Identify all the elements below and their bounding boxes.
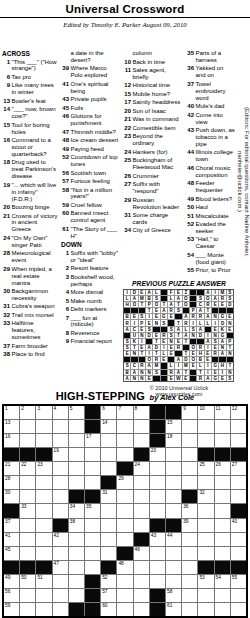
answer-cell-black	[212, 357, 218, 362]
grid-cell[interactable]	[231, 547, 246, 560]
grid-cell[interactable]: 57	[101, 589, 116, 602]
answer-cell: E	[139, 327, 145, 332]
grid-cell[interactable]	[198, 589, 213, 602]
grid-cell[interactable]	[150, 490, 165, 503]
grid-cell[interactable]	[20, 589, 35, 602]
grid-cell[interactable]: 4	[53, 406, 68, 419]
grid-cell[interactable]: 40	[231, 519, 246, 532]
grid-cell[interactable]	[53, 476, 68, 489]
grid-cell[interactable]: 52	[101, 575, 116, 588]
grid-cell[interactable]	[198, 547, 213, 560]
clue-text: Cruel fellow	[71, 202, 121, 209]
clue-number: 27	[123, 181, 131, 195]
grid-cell[interactable]: 22	[20, 462, 35, 475]
grid-cell[interactable]	[117, 434, 132, 447]
grid-cell[interactable]: 24	[134, 462, 149, 475]
grid-cell[interactable]	[85, 561, 100, 574]
clue-text: Parts of a harness	[196, 50, 236, 64]
answer-cell-black	[161, 376, 167, 381]
grid-cell[interactable]	[101, 448, 116, 461]
grid-cell[interactable]	[117, 533, 132, 546]
answer-cell: N	[212, 333, 218, 338]
grid-cell[interactable]	[117, 420, 132, 433]
answer-cell: G	[212, 376, 218, 381]
answer-cell: T	[146, 308, 152, 313]
grid-cell[interactable]: 29	[117, 476, 132, 489]
grid-cell[interactable]	[134, 504, 149, 517]
answer-cell: N	[153, 320, 159, 325]
grid-cell[interactable]: 26	[215, 462, 230, 475]
grid-cell[interactable]	[166, 490, 181, 503]
cell-number: 48	[118, 561, 123, 566]
answer-cell: O	[146, 357, 152, 362]
grid-cell[interactable]: 33	[20, 504, 35, 517]
answer-cell-black	[190, 376, 196, 381]
clue-text: Command to a scout or quarterback?	[12, 137, 59, 158]
grid-cell[interactable]: 34	[69, 504, 84, 517]
clue: a date in the desert?	[61, 50, 120, 64]
answer-cell: E	[190, 351, 196, 356]
grid-cell[interactable]	[69, 589, 84, 602]
answer-cell: M	[139, 296, 145, 301]
cell-number: 25	[199, 462, 204, 467]
grid-cell[interactable]	[150, 504, 165, 517]
answer-cell: I	[205, 333, 211, 338]
grid-cell[interactable]: 23	[36, 462, 51, 475]
clue-text: "Hail," to Caesar	[196, 236, 236, 250]
answer-cell: T	[139, 351, 145, 356]
clue-number: 35	[186, 50, 194, 64]
grid-cell[interactable]	[69, 420, 84, 433]
grid-cell[interactable]	[150, 575, 165, 588]
clue-number: 34	[123, 227, 131, 234]
cell-number: 58	[167, 589, 172, 594]
grid-cell[interactable]	[182, 434, 197, 447]
clue-text: Suffix with "respond"	[133, 181, 184, 195]
grid-cell[interactable]: 41	[4, 533, 19, 546]
grid-cell[interactable]	[36, 420, 51, 433]
grid-cell[interactable]: 17	[85, 434, 100, 447]
cell-number: 44	[167, 533, 172, 538]
answer-cell: D	[131, 290, 137, 295]
grid-cell[interactable]	[166, 504, 181, 517]
grid-cell[interactable]	[101, 547, 116, 560]
answer-cell: E	[190, 363, 196, 368]
grid-cell[interactable]: 35	[85, 504, 100, 517]
grid-cell[interactable]	[69, 575, 84, 588]
grid-cell[interactable]	[134, 434, 149, 447]
clue-number: 43	[61, 96, 69, 103]
clue-text: City of Greece	[133, 227, 184, 234]
answer-cell: I	[205, 370, 211, 375]
answer-cell: E	[124, 351, 130, 356]
grid-cell[interactable]	[69, 533, 84, 546]
clue-text: Drug used to treat Parkinson's disease	[12, 159, 59, 180]
grid-cell[interactable]	[182, 462, 197, 475]
clue-text: Feeder frequenter	[196, 180, 236, 194]
grid-cell[interactable]: 7	[117, 406, 132, 419]
clue-number: 49	[61, 146, 69, 153]
grid-cell[interactable]	[215, 533, 230, 546]
clue-text: Mobile home?	[133, 91, 184, 98]
grid-cell[interactable]	[198, 519, 213, 532]
clue: 29When tripled, a real estate mantra	[2, 266, 58, 287]
cell-number: 18	[167, 434, 172, 439]
grid-cell[interactable]	[69, 561, 84, 574]
grid-cell[interactable]	[166, 561, 181, 574]
answer-cell: O	[153, 302, 159, 307]
cell-number: 24	[135, 462, 140, 467]
grid-cell[interactable]: 32	[198, 490, 213, 503]
grid-cell[interactable]: 58	[166, 589, 181, 602]
clue-number: 56	[61, 170, 69, 177]
grid-cell[interactable]	[53, 490, 68, 503]
grid-cell[interactable]: 20	[150, 448, 165, 461]
answer-cell: N	[139, 370, 145, 375]
clue: 35Parts of a harness	[186, 50, 235, 64]
clue-number: 61	[61, 226, 69, 240]
grid-cell[interactable]	[85, 462, 100, 475]
grid-cell[interactable]	[231, 490, 246, 503]
grid-cell[interactable]: 55	[231, 575, 246, 588]
grid-cell[interactable]: 38	[69, 519, 84, 532]
grid-cell[interactable]	[231, 420, 246, 433]
grid-cell[interactable]	[101, 533, 116, 546]
clue: 10Back in time	[123, 59, 183, 66]
grid-cell[interactable]	[198, 420, 213, 433]
grid-cell[interactable]	[166, 448, 181, 461]
answer-cell: E	[212, 370, 218, 375]
grid-cell[interactable]	[20, 476, 35, 489]
grid-cell[interactable]	[36, 434, 51, 447]
grid-cell[interactable]: 31	[101, 490, 116, 503]
grid-cell[interactable]	[36, 533, 51, 546]
grid-cell[interactable]	[36, 589, 51, 602]
grid-cell[interactable]	[20, 420, 35, 433]
answer-cell: E	[205, 357, 211, 362]
grid-cell[interactable]: 21	[4, 462, 19, 475]
grid-cell[interactable]	[134, 490, 149, 503]
grid-cell[interactable]	[117, 589, 132, 602]
grid-cell[interactable]	[117, 575, 132, 588]
grid-cell[interactable]	[231, 533, 246, 546]
grid-cell[interactable]: 16	[4, 434, 19, 447]
grid-cell[interactable]	[215, 420, 230, 433]
grid-cell[interactable]: 44	[166, 533, 181, 546]
grid-cell[interactable]	[231, 603, 246, 616]
clue-number: 6	[2, 74, 10, 81]
grid-cell[interactable]	[36, 504, 51, 517]
grid-cell[interactable]: 42	[53, 533, 68, 546]
grid-cell[interactable]	[198, 434, 213, 447]
answer-cell-black	[139, 357, 145, 362]
grid-cell[interactable]	[198, 504, 213, 517]
clue-text: Boozing binge	[12, 204, 59, 211]
grid-cell[interactable]	[150, 547, 165, 560]
grid-cell[interactable]	[231, 476, 246, 489]
grid-cell-black	[101, 561, 116, 574]
grid-cell[interactable]	[150, 561, 165, 574]
grid-cell[interactable]	[166, 547, 181, 560]
grid-cell[interactable]: 13	[4, 420, 19, 433]
grid-cell[interactable]: 14	[101, 420, 116, 433]
grid-cell[interactable]	[166, 476, 181, 489]
grid-cell[interactable]	[53, 547, 68, 560]
grid-cell[interactable]: 18	[166, 434, 181, 447]
grid-cell[interactable]	[101, 462, 116, 475]
answer-cell: L	[161, 351, 167, 356]
answer-cell: L	[183, 327, 189, 332]
grid-cell[interactable]: 2	[20, 406, 35, 419]
clue: 57Furious feeling	[61, 178, 120, 185]
grid-cell[interactable]: 54	[215, 575, 230, 588]
grid-cell[interactable]: 1	[4, 406, 19, 419]
answer-cell: O	[183, 302, 189, 307]
grid-cell[interactable]	[85, 476, 100, 489]
grid-cell[interactable]	[215, 589, 230, 602]
answer-cell: O	[190, 357, 196, 362]
grid-cell[interactable]	[117, 519, 132, 532]
grid-cell[interactable]: 39	[182, 519, 197, 532]
clue: 54___ Monte (food giant)	[186, 252, 235, 266]
grid-cell[interactable]: 6	[101, 406, 116, 419]
answer-cell: T	[161, 302, 167, 307]
grid-cell[interactable]: 45	[4, 547, 19, 560]
clue-number: 55	[186, 267, 194, 274]
grid-cell[interactable]	[150, 476, 165, 489]
clue-number: 8	[61, 330, 69, 337]
grid-cell[interactable]	[69, 476, 84, 489]
clue-number: 9	[2, 82, 10, 96]
grid-cell[interactable]	[85, 533, 100, 546]
clue-number: 12	[123, 82, 131, 89]
grid-cell[interactable]: 30	[4, 490, 19, 503]
grid-cell[interactable]	[20, 519, 35, 532]
grid-cell[interactable]: 10	[198, 406, 213, 419]
grid-cell[interactable]	[215, 603, 230, 616]
answer-cell: M	[183, 363, 189, 368]
grid-cell[interactable]: 36	[182, 504, 197, 517]
grid-cell[interactable]: 15	[166, 420, 181, 433]
grid-cell[interactable]	[53, 575, 68, 588]
grid-cell[interactable]: 48	[117, 561, 132, 574]
grid-cell[interactable]	[20, 603, 35, 616]
cell-number: 35	[86, 504, 91, 509]
grid-cell[interactable]	[134, 603, 149, 616]
grid-cell[interactable]	[215, 519, 230, 532]
grid-cell[interactable]	[182, 547, 197, 560]
grid-cell[interactable]	[53, 420, 68, 433]
clue-number: 39	[61, 65, 69, 79]
grid-cell[interactable]	[166, 575, 181, 588]
grid-cell[interactable]	[134, 476, 149, 489]
grid-cell[interactable]	[182, 420, 197, 433]
grid-cell[interactable]: 27	[231, 462, 246, 475]
grid-cell[interactable]	[134, 519, 149, 532]
answer-cell: R	[197, 345, 203, 350]
answer-cell: O	[183, 296, 189, 301]
cell-number: 4	[54, 406, 57, 411]
clue-text: Blood letters?	[196, 196, 236, 203]
clue: 9Like many trees in winter	[2, 82, 58, 96]
answer-cell: R	[190, 314, 196, 319]
clue-text: Like many trees in winter	[12, 82, 59, 96]
grid-cell[interactable]	[36, 490, 51, 503]
grid-cell[interactable]	[69, 448, 84, 461]
clue-number: 30	[2, 288, 10, 302]
grid-cell[interactable]	[215, 504, 230, 517]
grid-cell[interactable]	[134, 589, 149, 602]
cell-number: 20	[151, 448, 156, 453]
grid-cell[interactable]: 19	[53, 448, 68, 461]
grid-cell[interactable]: 60	[101, 603, 116, 616]
clue-text: "... which will live in infamy" (F.D.R.)	[12, 182, 59, 203]
grid-cell[interactable]	[36, 519, 51, 532]
grid-cell[interactable]: 50	[20, 575, 35, 588]
grid-cell[interactable]	[198, 476, 213, 489]
clue: 46Gluttons for punishment	[61, 113, 120, 127]
grid-cell[interactable]	[20, 533, 35, 546]
grid-cell[interactable]	[182, 476, 197, 489]
grid-cell[interactable]	[215, 434, 230, 447]
answer-cell: E	[153, 314, 159, 319]
grid-cell[interactable]	[231, 434, 246, 447]
cell-number: 59	[5, 603, 10, 608]
puzzle-title: HIGH-STEPPING by Alex Cole	[0, 386, 250, 404]
grid-cell[interactable]: 47	[53, 561, 68, 574]
answer-cell: L	[168, 296, 174, 301]
grid-cell[interactable]: 61	[166, 603, 181, 616]
grid-cell[interactable]	[117, 448, 132, 461]
answer-cell: H	[197, 351, 203, 356]
grid-cell[interactable]	[134, 575, 149, 588]
grid-cell[interactable]	[134, 561, 149, 574]
grid-cell-black	[4, 561, 19, 574]
cell-number: 49	[5, 575, 10, 580]
grid-cell[interactable]	[101, 519, 116, 532]
grid-cell[interactable]: 25	[198, 462, 213, 475]
grid-cell[interactable]	[53, 504, 68, 517]
answer-cell-black	[190, 370, 196, 375]
grid-cell[interactable]	[182, 575, 197, 588]
grid-cell[interactable]	[117, 603, 132, 616]
grid-cell[interactable]	[215, 490, 230, 503]
answer-cell: B	[124, 314, 130, 319]
clue-text: Place to find	[12, 351, 59, 358]
grid-cell[interactable]	[85, 448, 100, 461]
grid-cell-black	[231, 448, 246, 461]
grid-cell[interactable]	[182, 533, 197, 546]
grid-cell[interactable]	[215, 547, 230, 560]
grid-cell[interactable]	[101, 504, 116, 517]
grid-cell[interactable]: 9	[182, 406, 197, 419]
grid-cell[interactable]	[101, 434, 116, 447]
grid-cell[interactable]	[198, 603, 213, 616]
answer-cell: I	[175, 363, 181, 368]
grid-cell[interactable]: 59	[4, 603, 19, 616]
cell-number: 15	[167, 420, 172, 425]
grid-cell[interactable]	[36, 547, 51, 560]
grid-cell[interactable]	[69, 462, 84, 475]
grid-cell[interactable]: 5	[69, 406, 84, 419]
grid-cell[interactable]: 56	[4, 589, 19, 602]
cell-number: 43	[151, 533, 156, 538]
clue-text: Prior, to Prior	[196, 267, 236, 274]
grid-cell[interactable]	[134, 420, 149, 433]
grid-cell[interactable]	[20, 547, 35, 560]
grid-cell[interactable]	[53, 434, 68, 447]
grid-cell[interactable]: 11	[215, 406, 230, 419]
grid-cell[interactable]: 37	[4, 519, 19, 532]
clue: 1"This ___" ("How strange")	[2, 59, 58, 73]
grid-cell[interactable]	[231, 589, 246, 602]
grid-cell-black	[20, 561, 35, 574]
answer-cell: I	[205, 363, 211, 368]
grid-cell[interactable]	[117, 490, 132, 503]
answer-cell: S	[124, 345, 130, 350]
grid-cell[interactable]	[85, 519, 100, 532]
grid-cell[interactable]: 51	[36, 575, 51, 588]
clue-text: Historical time	[133, 82, 184, 89]
cell-number: 51	[37, 575, 42, 580]
grid-cell[interactable]: 28	[4, 476, 19, 489]
grid-cell[interactable]: 12	[231, 406, 246, 419]
grid-cell[interactable]	[215, 476, 230, 489]
grid-cell[interactable]	[150, 462, 165, 475]
clue-number: 6	[61, 306, 69, 313]
grid-cell[interactable]	[117, 504, 132, 517]
clue-number: 28	[2, 250, 10, 264]
grid-cell[interactable]	[182, 448, 197, 461]
grid-cell-black	[150, 420, 165, 433]
grid-cell[interactable]	[53, 462, 68, 475]
grid-cell[interactable]	[36, 603, 51, 616]
answer-cell-black	[153, 376, 159, 381]
grid-cell[interactable]: 3	[36, 406, 51, 419]
answer-cell: W	[175, 376, 181, 381]
clue-text: Backgammon necessity	[12, 288, 59, 302]
grid-cell[interactable]: 49	[4, 575, 19, 588]
answer-cell: T	[227, 363, 233, 368]
answer-cell: N	[212, 314, 218, 319]
grid-cell[interactable]	[53, 603, 68, 616]
answer-cell: M	[153, 363, 159, 368]
grid-cell[interactable]: 46	[134, 547, 149, 560]
grid-cell[interactable]	[53, 589, 68, 602]
grid-cell[interactable]	[20, 434, 35, 447]
grid-cell[interactable]	[182, 561, 197, 574]
grid-cell[interactable]	[182, 589, 197, 602]
grid-cell[interactable]	[85, 547, 100, 560]
clue: 24"On My Own" singer Patti	[2, 235, 58, 249]
grid-cell[interactable]	[166, 462, 181, 475]
grid-cell[interactable]	[69, 434, 84, 447]
grid-cell[interactable]	[182, 603, 197, 616]
grid-cell[interactable]	[36, 476, 51, 489]
grid-cell[interactable]	[20, 490, 35, 503]
grid-cell[interactable]: 43	[150, 533, 165, 546]
grid-cell[interactable]	[198, 533, 213, 546]
grid-cell-black	[198, 448, 213, 461]
grid-cell[interactable]: 8	[134, 406, 149, 419]
cell-number: 47	[54, 561, 59, 566]
cell-number: 61	[167, 603, 172, 608]
answer-cell-black	[161, 363, 167, 368]
grid-cell-black	[198, 561, 213, 574]
grid-cell[interactable]: 53	[198, 575, 213, 588]
clue-number: 31	[123, 212, 131, 226]
grid-cell[interactable]	[69, 547, 84, 560]
